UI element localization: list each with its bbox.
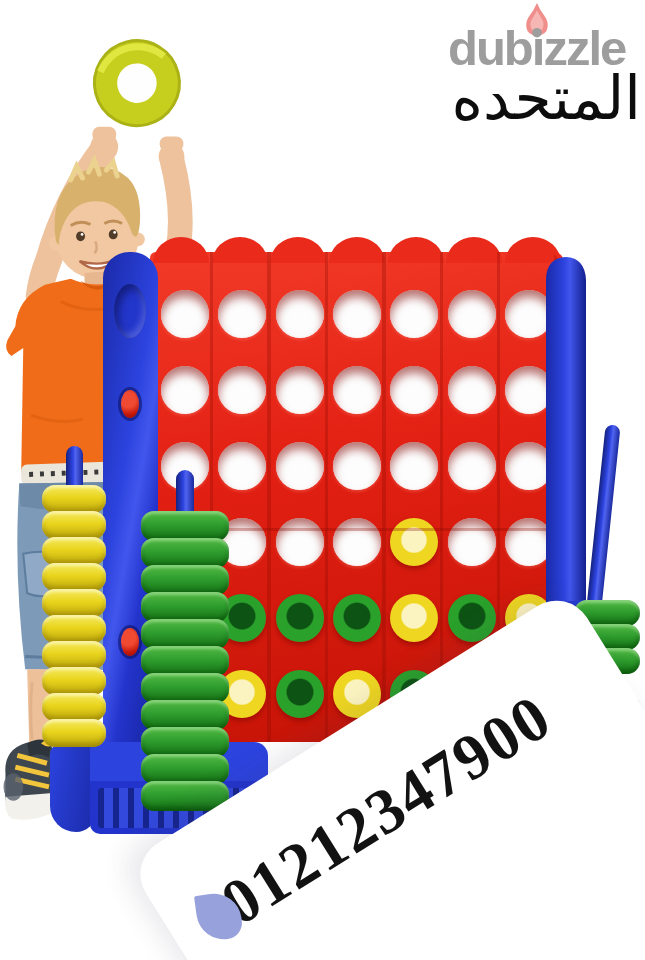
yellow-stacked-disc xyxy=(42,693,106,721)
empty-hole xyxy=(276,442,324,490)
scallop-bump xyxy=(329,237,385,263)
post-indent xyxy=(114,284,146,338)
board-cell-r5c3 xyxy=(271,580,328,656)
board-cell-r1c6 xyxy=(443,276,500,352)
empty-hole xyxy=(161,366,209,414)
yellow-stacked-disc xyxy=(42,563,106,591)
empty-hole xyxy=(448,366,496,414)
green-stacked-disc xyxy=(141,646,229,676)
board-cell-r1c5 xyxy=(386,276,443,352)
board-cell-r4c6 xyxy=(443,504,500,580)
scallop-bump xyxy=(153,237,209,263)
green-disc-stack xyxy=(141,514,229,811)
empty-hole xyxy=(390,442,438,490)
empty-hole xyxy=(390,366,438,414)
board-cell-r3c2 xyxy=(213,428,270,504)
board-cell-r2c4 xyxy=(328,352,385,428)
empty-hole xyxy=(218,366,266,414)
green-disc xyxy=(448,594,496,642)
green-disc xyxy=(333,594,381,642)
scallop-bump xyxy=(388,237,444,263)
board-cell-r3c4 xyxy=(328,428,385,504)
red-button-bottom xyxy=(121,628,139,656)
empty-hole xyxy=(333,366,381,414)
scallop-bump xyxy=(212,237,268,263)
green-stacked-disc xyxy=(141,727,229,757)
yellow-stacked-disc xyxy=(42,641,106,669)
yellow-stacked-disc xyxy=(42,485,106,513)
board-cell-r3c5 xyxy=(386,428,443,504)
board-cell-r4c4 xyxy=(328,504,385,580)
empty-hole xyxy=(276,290,324,338)
yellow-disc xyxy=(390,594,438,642)
empty-hole xyxy=(448,442,496,490)
empty-hole xyxy=(161,290,209,338)
yellow-stacked-disc xyxy=(42,719,106,747)
green-stacked-disc xyxy=(141,619,229,649)
empty-hole xyxy=(333,442,381,490)
scallop-bump xyxy=(446,237,502,263)
board-cell-r1c1 xyxy=(156,276,213,352)
arabic-title: المتحده xyxy=(452,62,641,134)
board-cell-r2c5 xyxy=(386,352,443,428)
board-cell-r3c3 xyxy=(271,428,328,504)
empty-hole xyxy=(333,290,381,338)
yellow-disc xyxy=(390,518,438,566)
green-stacked-disc xyxy=(141,592,229,622)
empty-hole xyxy=(390,290,438,338)
yellow-stacked-disc xyxy=(42,537,106,565)
empty-hole xyxy=(218,442,266,490)
empty-hole xyxy=(276,518,324,566)
green-stacked-disc xyxy=(141,565,229,595)
green-stacked-disc xyxy=(141,511,229,541)
green-stacked-disc xyxy=(141,673,229,703)
green-stacked-disc xyxy=(141,754,229,784)
empty-hole xyxy=(448,518,496,566)
product-photo: 01212347900 dubızzle المتحده xyxy=(0,0,645,960)
board-cell-r4c5 xyxy=(386,504,443,580)
board-top-scallops xyxy=(153,237,561,263)
board-cell-r1c3 xyxy=(271,276,328,352)
yellow-disc-stack xyxy=(42,487,106,747)
red-button-top xyxy=(121,390,139,418)
yellow-stacked-disc xyxy=(42,589,106,617)
yellow-stacked-disc xyxy=(42,667,106,695)
board-cell-r2c6 xyxy=(443,352,500,428)
board-cell-r1c2 xyxy=(213,276,270,352)
empty-hole xyxy=(333,518,381,566)
board-cell-r2c2 xyxy=(213,352,270,428)
yellow-stacked-disc xyxy=(42,615,106,643)
board-cell-r3c6 xyxy=(443,428,500,504)
board-cell-r5c4 xyxy=(328,580,385,656)
flame-icon xyxy=(524,0,550,33)
board-cell-r2c1 xyxy=(156,352,213,428)
green-disc xyxy=(276,594,324,642)
empty-hole xyxy=(448,290,496,338)
green-stacked-disc xyxy=(141,700,229,730)
scallop-bump xyxy=(270,237,326,263)
green-disc xyxy=(276,670,324,718)
board-cell-r6c3 xyxy=(271,656,328,732)
green-stacked-disc xyxy=(141,538,229,568)
board-cell-r5c5 xyxy=(386,580,443,656)
yellow-stacked-disc xyxy=(42,511,106,539)
empty-hole xyxy=(218,290,266,338)
board-cell-r2c3 xyxy=(271,352,328,428)
board-cell-r1c4 xyxy=(328,276,385,352)
empty-hole xyxy=(276,366,324,414)
board-cell-r4c3 xyxy=(271,504,328,580)
